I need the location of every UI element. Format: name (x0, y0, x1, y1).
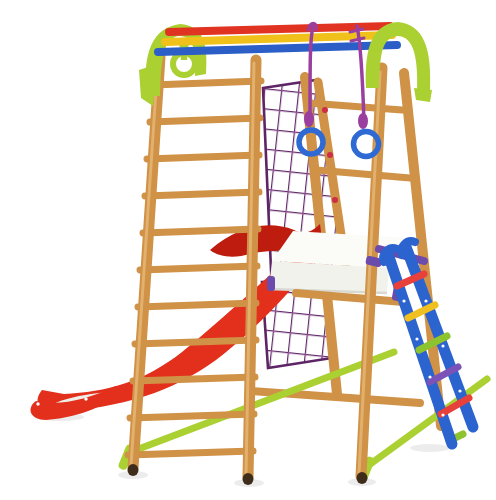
wall-ladder (128, 57, 262, 485)
ladder-rung-10 (130, 414, 254, 418)
product-photo (0, 0, 496, 500)
ladder-rung-4 (145, 192, 259, 196)
ladder-rung-9 (133, 377, 255, 381)
ladder-rung-8 (135, 340, 256, 344)
platform-bracket-left (267, 276, 275, 291)
right-arch-cutout (392, 58, 404, 70)
right-arch-tab (414, 88, 432, 102)
ladder-rung-5 (143, 229, 258, 233)
ladder-rung-1 (152, 81, 261, 85)
ladder-rung-2 (150, 118, 260, 122)
climbing-frame-illustration (0, 0, 496, 500)
ladder-foot-right (243, 473, 254, 485)
ladder-rung-6 (140, 266, 257, 270)
ladder-rung-11 (128, 451, 253, 455)
ladder-rung-7 (138, 303, 256, 307)
front-right-foot (357, 472, 368, 484)
ladder-left-rail-highlight (131, 60, 158, 466)
ring-knot-left (304, 111, 314, 127)
ladder-left-rail (133, 57, 160, 468)
ring-knot-right (358, 113, 368, 129)
ladder-foot-left (128, 464, 139, 476)
ladder-rung-3 (147, 155, 259, 159)
